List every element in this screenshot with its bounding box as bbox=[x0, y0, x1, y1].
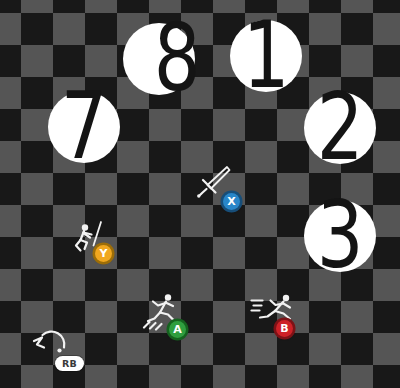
button-letter: B bbox=[280, 323, 288, 334]
xbox-a-button[interactable]: A bbox=[169, 321, 186, 338]
hotspot-marker-3[interactable]: 3 bbox=[304, 200, 376, 272]
button-letter: Y bbox=[100, 248, 108, 259]
xbox-b-button[interactable]: B bbox=[276, 320, 293, 337]
transparency-checkerboard-stage: 8 1 7 2 3 X Y bbox=[0, 0, 400, 388]
xbox-y-button[interactable]: Y bbox=[95, 245, 112, 262]
marker-number: 2 bbox=[317, 82, 364, 174]
marker-number: 7 bbox=[61, 81, 108, 173]
marker-number: 1 bbox=[243, 10, 290, 102]
button-letter: A bbox=[173, 324, 182, 335]
xbox-x-button[interactable]: X bbox=[223, 193, 240, 210]
hotspot-marker-2[interactable]: 2 bbox=[304, 92, 376, 164]
hotspot-marker-7[interactable]: 7 bbox=[48, 91, 120, 163]
button-letter: X bbox=[227, 196, 235, 207]
hotspot-marker-1[interactable]: 1 bbox=[230, 20, 302, 92]
button-letter: RB bbox=[62, 358, 77, 369]
hotspot-marker-8[interactable]: 8 bbox=[123, 23, 195, 95]
xbox-rb-bumper-button[interactable]: RB bbox=[55, 356, 84, 371]
marker-number: 3 bbox=[317, 190, 364, 282]
marker-number: 8 bbox=[154, 13, 201, 105]
